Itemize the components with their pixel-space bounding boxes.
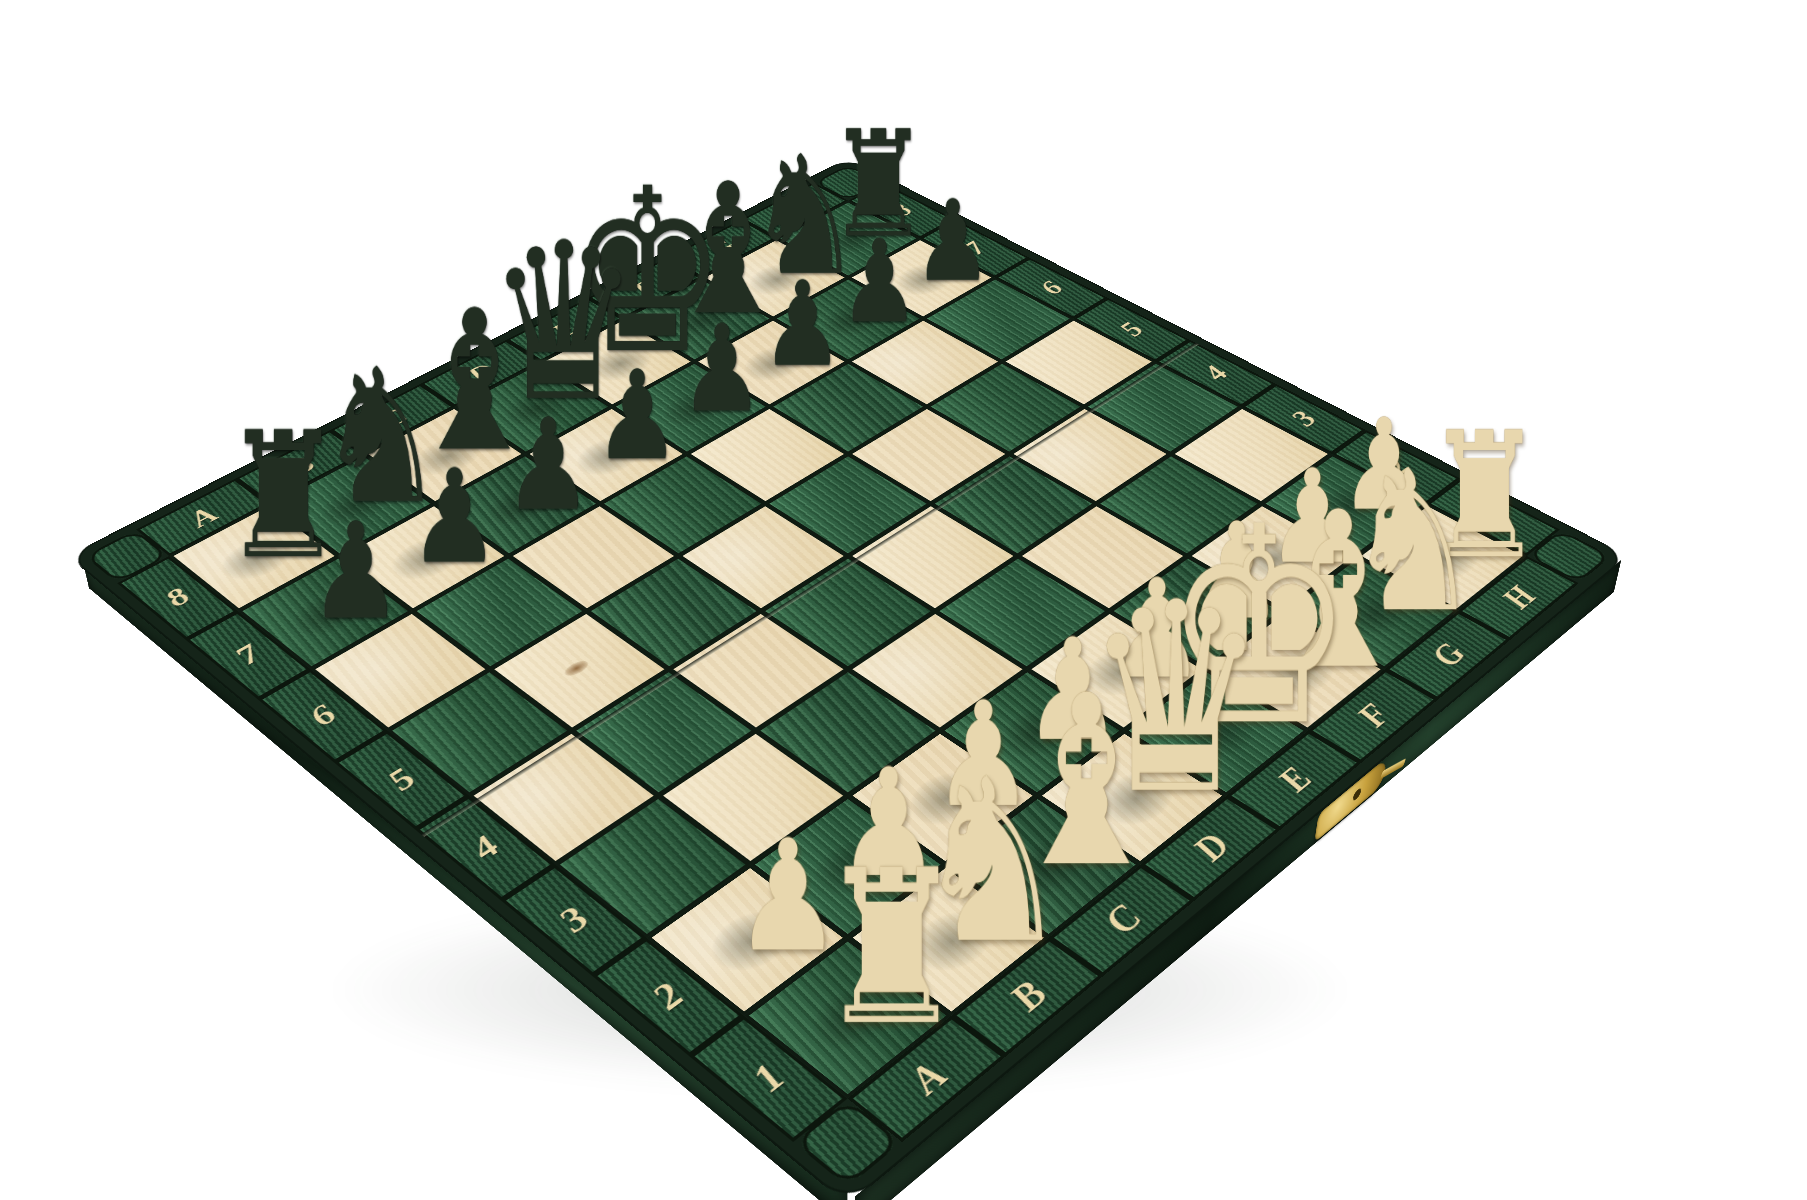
board-edge-left (81, 556, 847, 1200)
piece-wR-a1[interactable]: ♜ (817, 847, 966, 1050)
photo-stage: ABCDEFGH8♜♞♝♛♚♝♞♜87♟♟♟♟♟♟♟♟7665544332♟♟♟… (0, 0, 1807, 1200)
photo-scene: ABCDEFGH8♜♞♝♛♚♝♞♜87♟♟♟♟♟♟♟♟7665544332♟♟♟… (0, 0, 1807, 1200)
piece-bP-a7[interactable]: ♟ (310, 509, 403, 635)
piece-bP-b7[interactable]: ♟ (410, 456, 500, 579)
piece-bP-e7[interactable]: ♟ (680, 312, 764, 426)
piece-bP-h7[interactable]: ♟ (914, 188, 992, 294)
square-g4[interactable] (1009, 407, 1170, 504)
piece-bP-f7[interactable]: ♟ (762, 269, 844, 380)
piece-bP-c7[interactable]: ♟ (504, 405, 592, 525)
square-f4[interactable] (931, 454, 1096, 556)
piece-bP-g7[interactable]: ♟ (840, 228, 920, 337)
chess-board: ABCDEFGH8♜♞♝♛♚♝♞♜87♟♟♟♟♟♟♟♟7665544332♟♟♟… (70, 159, 1626, 1200)
piece-bP-d7[interactable]: ♟ (595, 358, 681, 475)
